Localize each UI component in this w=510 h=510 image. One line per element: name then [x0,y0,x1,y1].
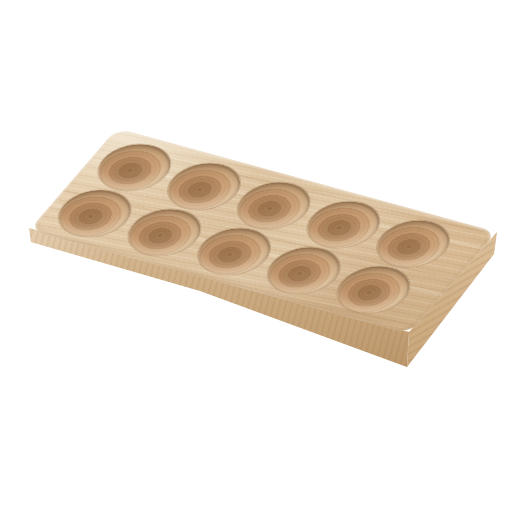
scene [0,0,510,510]
mancala-board [0,0,510,510]
